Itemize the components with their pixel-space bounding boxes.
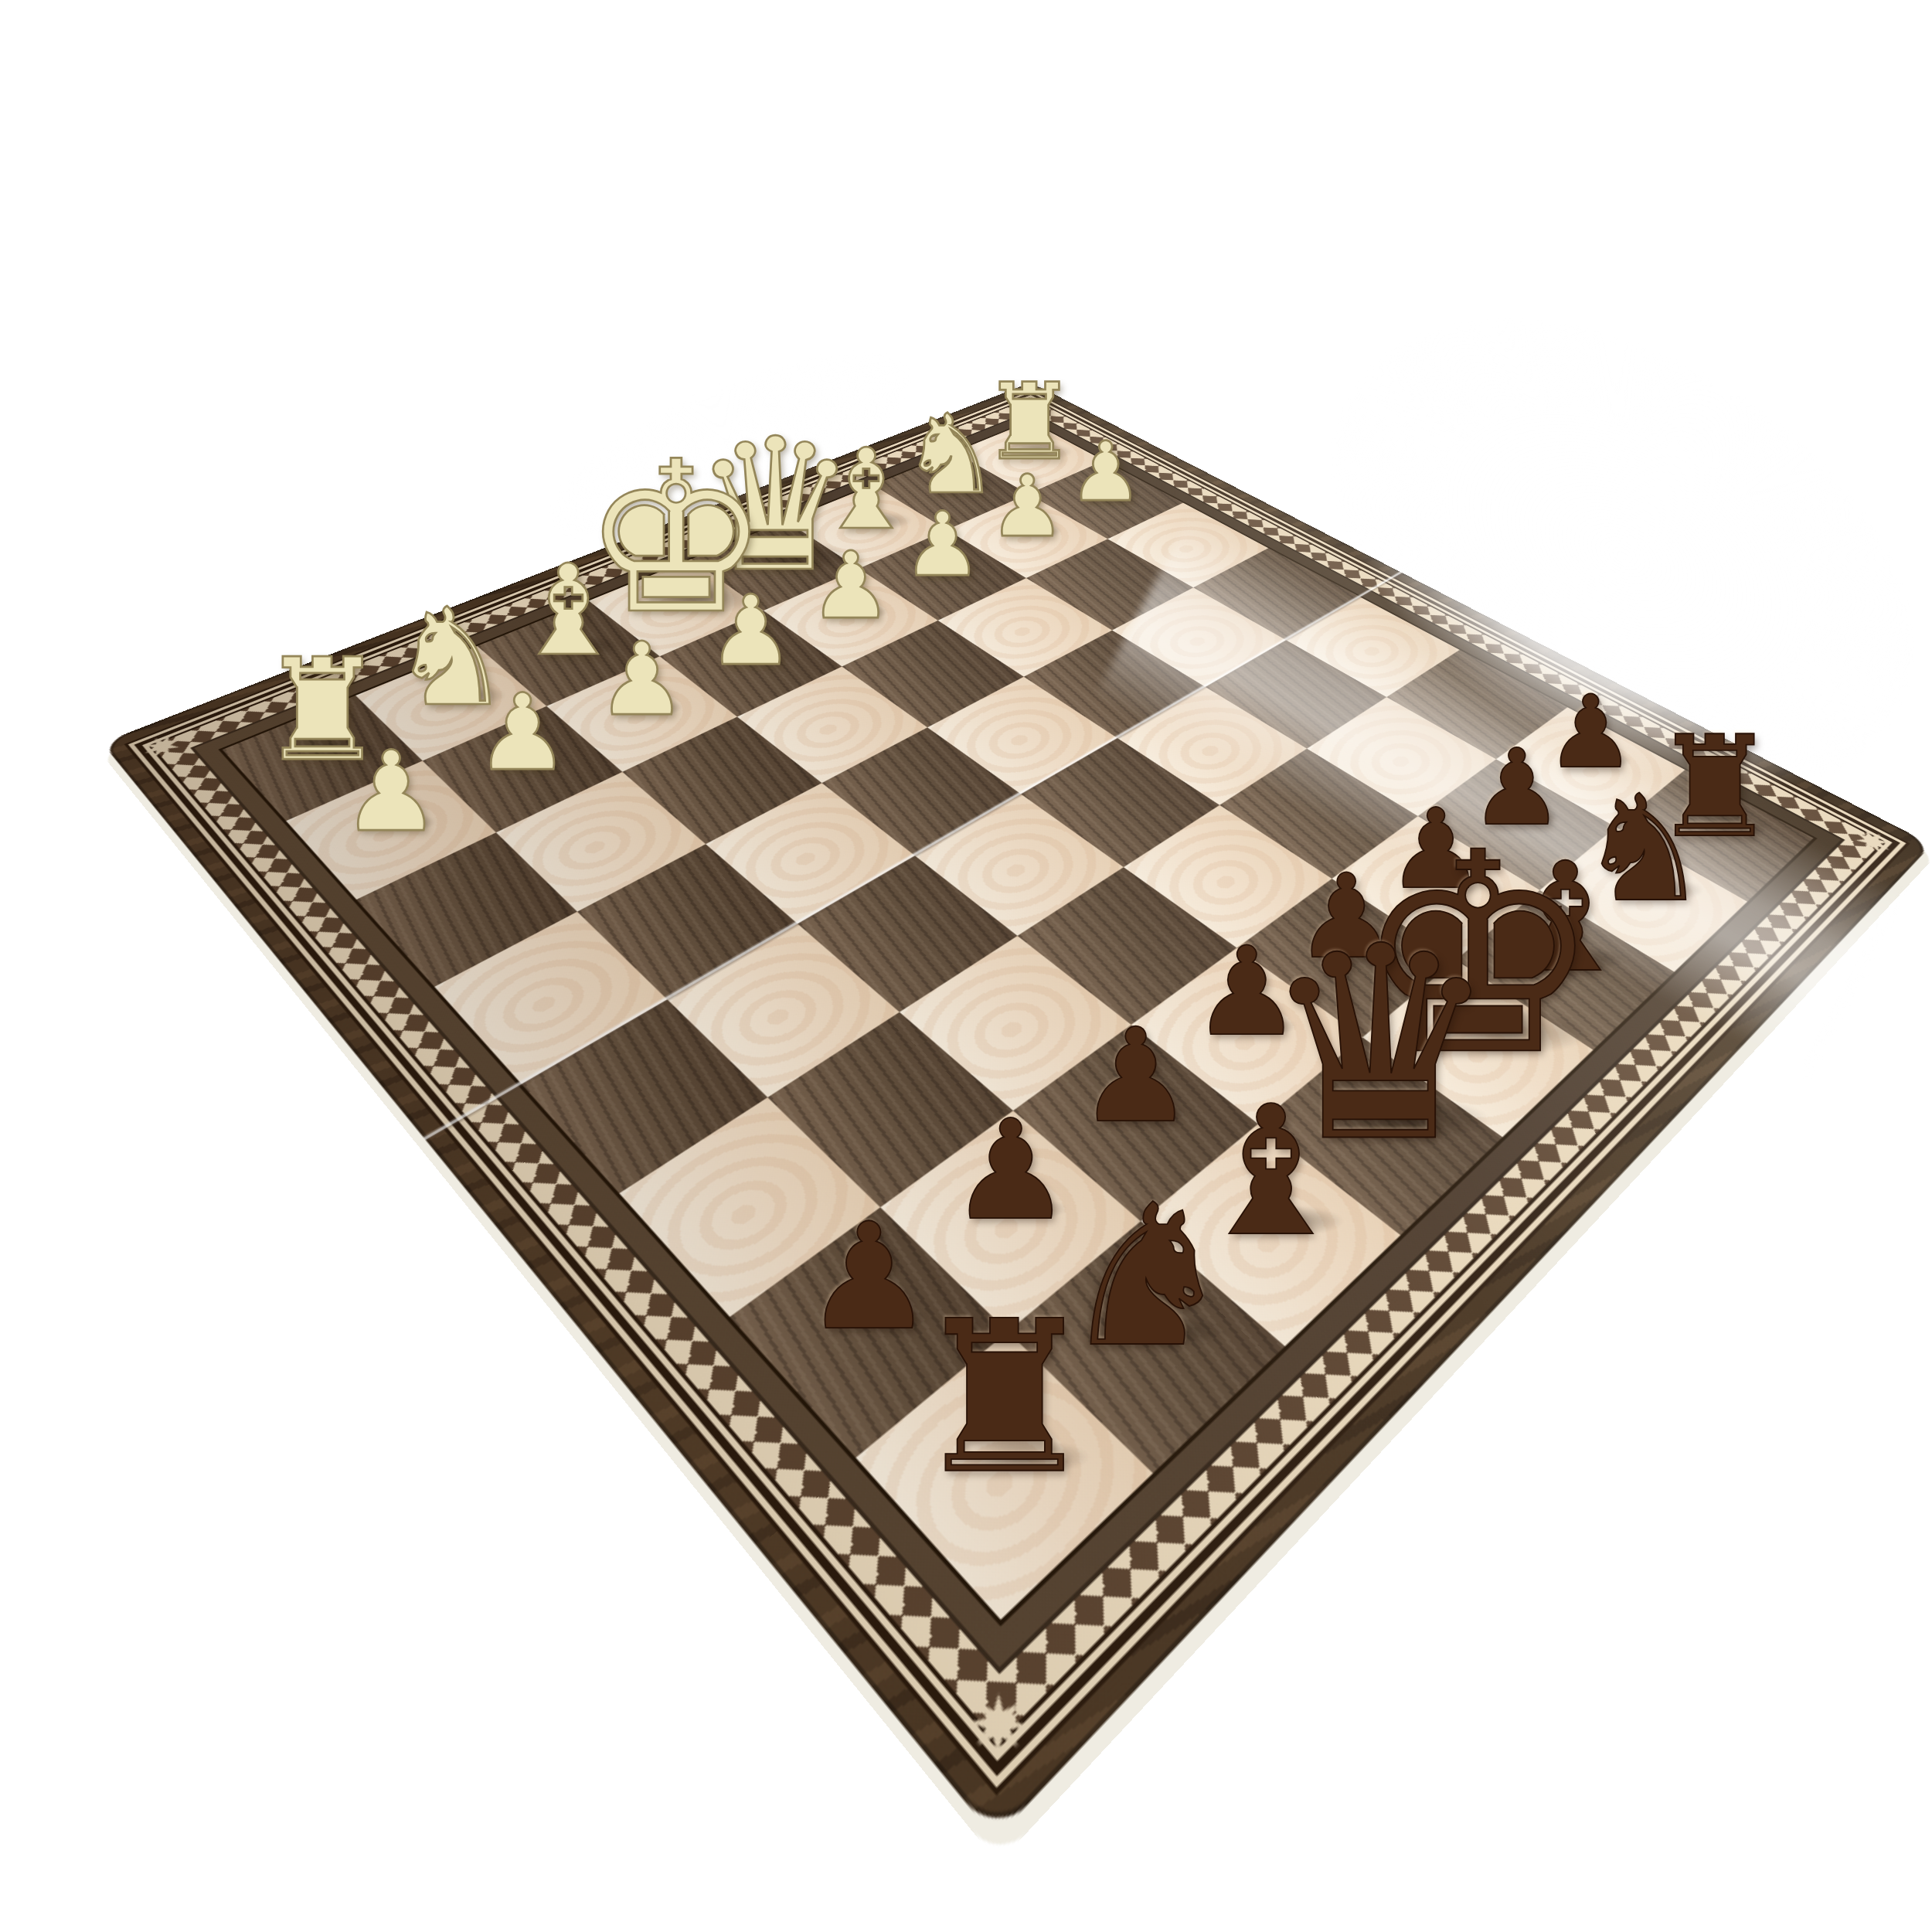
white-pawn-glyph: ♟ xyxy=(597,629,687,730)
white-pawn-glyph: ♟ xyxy=(1069,431,1142,513)
white-pawn-glyph: ♟ xyxy=(475,680,570,785)
black-rook-glyph: ♜ xyxy=(910,1294,1098,1503)
white-pawn-glyph: ♟ xyxy=(342,736,440,846)
chessboard-photo: ♜♞♟♝♟♛♟♚♟♝♟♞♟♜♟♟♟♟♜♟♞♟♝♟♚♟♛♟♝♟♞♜ xyxy=(0,0,1932,1932)
black-pawn-glyph: ♟ xyxy=(949,1101,1073,1239)
scene: ♜♞♟♝♟♛♟♚♟♝♟♞♟♜♟♟♟♟♜♟♞♟♝♟♚♟♛♟♝♟♞♜ xyxy=(90,70,1849,1828)
pieces-layer: ♜♞♟♝♟♛♟♚♟♝♟♞♟♜♟♟♟♟♜♟♞♟♝♟♚♟♛♟♝♟♞♜ xyxy=(90,70,1849,1828)
white-pawn-glyph: ♟ xyxy=(809,540,892,632)
black-pawn-glyph: ♟ xyxy=(1077,1011,1193,1141)
white-pawn-glyph: ♟ xyxy=(903,501,982,589)
white-pawn-glyph: ♟ xyxy=(708,583,794,679)
white-pawn-glyph: ♟ xyxy=(989,464,1066,549)
